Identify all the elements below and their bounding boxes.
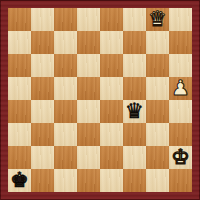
square-e8[interactable] (100, 8, 123, 31)
square-b8[interactable] (31, 8, 54, 31)
square-d4[interactable] (77, 100, 100, 123)
square-f4[interactable]: ♛ (123, 100, 146, 123)
square-g1[interactable] (146, 169, 169, 192)
square-c7[interactable] (54, 31, 77, 54)
square-g5[interactable] (146, 77, 169, 100)
white-king[interactable]: ♚ (171, 146, 190, 169)
square-a7[interactable] (8, 31, 31, 54)
black-queen[interactable]: ♛ (125, 100, 144, 123)
black-king[interactable]: ♚ (10, 169, 29, 192)
square-g6[interactable] (146, 54, 169, 77)
square-h6[interactable] (169, 54, 192, 77)
square-d8[interactable] (77, 8, 100, 31)
square-b4[interactable] (31, 100, 54, 123)
square-d2[interactable] (77, 146, 100, 169)
square-b1[interactable] (31, 169, 54, 192)
square-h2[interactable]: ♚ (169, 146, 192, 169)
square-d1[interactable] (77, 169, 100, 192)
square-h3[interactable] (169, 123, 192, 146)
chess-board: ♛♟♛♚♚ (8, 8, 192, 192)
square-e6[interactable] (100, 54, 123, 77)
square-h4[interactable] (169, 100, 192, 123)
square-b5[interactable] (31, 77, 54, 100)
square-a2[interactable] (8, 146, 31, 169)
square-d5[interactable] (77, 77, 100, 100)
square-h5[interactable]: ♟ (169, 77, 192, 100)
square-c4[interactable] (54, 100, 77, 123)
square-g2[interactable] (146, 146, 169, 169)
square-d6[interactable] (77, 54, 100, 77)
square-g4[interactable] (146, 100, 169, 123)
square-e4[interactable] (100, 100, 123, 123)
square-f7[interactable] (123, 31, 146, 54)
square-f2[interactable] (123, 146, 146, 169)
square-f5[interactable] (123, 77, 146, 100)
square-f1[interactable] (123, 169, 146, 192)
square-c6[interactable] (54, 54, 77, 77)
square-h1[interactable] (169, 169, 192, 192)
square-a5[interactable] (8, 77, 31, 100)
square-a4[interactable] (8, 100, 31, 123)
square-h7[interactable] (169, 31, 192, 54)
square-h8[interactable] (169, 8, 192, 31)
square-g3[interactable] (146, 123, 169, 146)
square-d7[interactable] (77, 31, 100, 54)
square-c2[interactable] (54, 146, 77, 169)
square-f8[interactable] (123, 8, 146, 31)
square-a3[interactable] (8, 123, 31, 146)
square-g8[interactable]: ♛ (146, 8, 169, 31)
square-b3[interactable] (31, 123, 54, 146)
square-a1[interactable]: ♚ (8, 169, 31, 192)
square-b6[interactable] (31, 54, 54, 77)
square-c1[interactable] (54, 169, 77, 192)
square-a6[interactable] (8, 54, 31, 77)
square-b7[interactable] (31, 31, 54, 54)
square-b2[interactable] (31, 146, 54, 169)
square-e2[interactable] (100, 146, 123, 169)
square-e5[interactable] (100, 77, 123, 100)
square-c8[interactable] (54, 8, 77, 31)
square-c3[interactable] (54, 123, 77, 146)
square-e7[interactable] (100, 31, 123, 54)
square-a8[interactable] (8, 8, 31, 31)
white-pawn[interactable]: ♟ (171, 77, 190, 100)
square-g7[interactable] (146, 31, 169, 54)
square-f6[interactable] (123, 54, 146, 77)
square-c5[interactable] (54, 77, 77, 100)
chess-board-frame: ♛♟♛♚♚ (0, 0, 200, 200)
square-e3[interactable] (100, 123, 123, 146)
square-f3[interactable] (123, 123, 146, 146)
square-e1[interactable] (100, 169, 123, 192)
white-queen[interactable]: ♛ (148, 8, 167, 31)
square-d3[interactable] (77, 123, 100, 146)
